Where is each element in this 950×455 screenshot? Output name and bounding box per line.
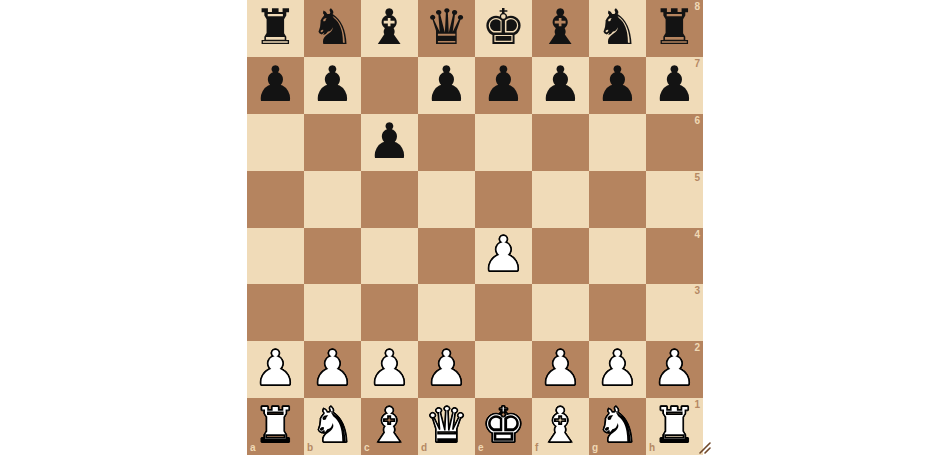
square-c6[interactable]: ♟ — [361, 114, 418, 171]
white-knight-g1[interactable]: ♞ — [596, 401, 640, 450]
white-pawn-d2[interactable]: ♟ — [425, 344, 469, 393]
black-pawn-h7[interactable]: ♟ — [653, 60, 697, 109]
square-d6[interactable] — [418, 114, 475, 171]
square-f6[interactable] — [532, 114, 589, 171]
square-a4[interactable] — [247, 228, 304, 285]
white-pawn-g2[interactable]: ♟ — [596, 344, 640, 393]
square-b8[interactable]: ♞ — [304, 0, 361, 57]
square-e4[interactable]: ♟ — [475, 228, 532, 285]
square-f4[interactable] — [532, 228, 589, 285]
white-pawn-e4[interactable]: ♟ — [482, 230, 526, 279]
square-c8[interactable]: ♝ — [361, 0, 418, 57]
square-a2[interactable]: ♟ — [247, 341, 304, 398]
square-h8[interactable]: ♜8 — [646, 0, 703, 57]
black-pawn-f7[interactable]: ♟ — [539, 60, 583, 109]
white-queen-d1[interactable]: ♛ — [425, 401, 469, 450]
square-g1[interactable]: ♞g — [589, 398, 646, 455]
white-rook-a1[interactable]: ♜ — [254, 401, 298, 450]
square-e2[interactable] — [475, 341, 532, 398]
black-knight-b8[interactable]: ♞ — [311, 3, 355, 52]
white-pawn-b2[interactable]: ♟ — [311, 344, 355, 393]
coord-rank-7: 7 — [694, 59, 700, 69]
square-g6[interactable] — [589, 114, 646, 171]
black-pawn-b7[interactable]: ♟ — [311, 60, 355, 109]
coord-rank-6: 6 — [694, 116, 700, 126]
square-h4[interactable]: 4 — [646, 228, 703, 285]
black-rook-a8[interactable]: ♜ — [254, 3, 298, 52]
coord-rank-8: 8 — [694, 2, 700, 12]
black-king-e8[interactable]: ♚ — [482, 3, 526, 52]
square-d2[interactable]: ♟ — [418, 341, 475, 398]
coord-file-g: g — [592, 443, 598, 453]
white-bishop-f1[interactable]: ♝ — [539, 401, 583, 450]
square-f3[interactable] — [532, 284, 589, 341]
square-g8[interactable]: ♞ — [589, 0, 646, 57]
white-pawn-f2[interactable]: ♟ — [539, 344, 583, 393]
square-h5[interactable]: 5 — [646, 171, 703, 228]
square-a3[interactable] — [247, 284, 304, 341]
coord-rank-5: 5 — [694, 173, 700, 183]
black-pawn-d7[interactable]: ♟ — [425, 60, 469, 109]
black-knight-g8[interactable]: ♞ — [596, 3, 640, 52]
black-bishop-f8[interactable]: ♝ — [539, 3, 583, 52]
square-c1[interactable]: ♝c — [361, 398, 418, 455]
square-f1[interactable]: ♝f — [532, 398, 589, 455]
coord-rank-1: 1 — [694, 400, 700, 410]
square-f2[interactable]: ♟ — [532, 341, 589, 398]
coord-file-e: e — [478, 443, 484, 453]
white-rook-h1[interactable]: ♜ — [653, 401, 697, 450]
square-a7[interactable]: ♟ — [247, 57, 304, 114]
white-knight-b1[interactable]: ♞ — [311, 401, 355, 450]
square-a5[interactable] — [247, 171, 304, 228]
square-e5[interactable] — [475, 171, 532, 228]
square-c4[interactable] — [361, 228, 418, 285]
square-e7[interactable]: ♟ — [475, 57, 532, 114]
white-king-e1[interactable]: ♚ — [482, 401, 526, 450]
square-g3[interactable] — [589, 284, 646, 341]
square-h3[interactable]: 3 — [646, 284, 703, 341]
square-g2[interactable]: ♟ — [589, 341, 646, 398]
square-e8[interactable]: ♚ — [475, 0, 532, 57]
square-h1[interactable]: ♜1h — [646, 398, 703, 455]
coord-file-c: c — [364, 443, 370, 453]
coord-rank-4: 4 — [694, 230, 700, 240]
black-queen-d8[interactable]: ♛ — [425, 3, 469, 52]
square-b7[interactable]: ♟ — [304, 57, 361, 114]
square-d1[interactable]: ♛d — [418, 398, 475, 455]
square-c7[interactable] — [361, 57, 418, 114]
black-pawn-g7[interactable]: ♟ — [596, 60, 640, 109]
square-h7[interactable]: ♟7 — [646, 57, 703, 114]
square-g5[interactable] — [589, 171, 646, 228]
square-b6[interactable] — [304, 114, 361, 171]
coord-rank-2: 2 — [694, 343, 700, 353]
square-b5[interactable] — [304, 171, 361, 228]
white-pawn-c2[interactable]: ♟ — [368, 344, 412, 393]
coord-file-h: h — [649, 443, 655, 453]
square-g4[interactable] — [589, 228, 646, 285]
coord-file-f: f — [535, 443, 538, 453]
chess-board: ♜♞♝♛♚♝♞♜8♟♟♟♟♟♟♟7♟65♟43♟♟♟♟♟♟♟2♜a♞b♝c♛d♚… — [247, 0, 703, 455]
white-pawn-a2[interactable]: ♟ — [254, 344, 298, 393]
coord-rank-3: 3 — [694, 286, 700, 296]
board-resize-handle-icon[interactable] — [697, 440, 711, 454]
black-pawn-a7[interactable]: ♟ — [254, 60, 298, 109]
white-pawn-h2[interactable]: ♟ — [653, 344, 697, 393]
square-f7[interactable]: ♟ — [532, 57, 589, 114]
square-a6[interactable] — [247, 114, 304, 171]
square-c5[interactable] — [361, 171, 418, 228]
black-pawn-e7[interactable]: ♟ — [482, 60, 526, 109]
square-h2[interactable]: ♟2 — [646, 341, 703, 398]
coord-file-a: a — [250, 443, 256, 453]
square-b4[interactable] — [304, 228, 361, 285]
square-h6[interactable]: 6 — [646, 114, 703, 171]
square-b2[interactable]: ♟ — [304, 341, 361, 398]
square-a1[interactable]: ♜a — [247, 398, 304, 455]
square-f8[interactable]: ♝ — [532, 0, 589, 57]
square-a8[interactable]: ♜ — [247, 0, 304, 57]
square-d8[interactable]: ♛ — [418, 0, 475, 57]
square-g7[interactable]: ♟ — [589, 57, 646, 114]
white-bishop-c1[interactable]: ♝ — [368, 401, 412, 450]
square-e3[interactable] — [475, 284, 532, 341]
square-c3[interactable] — [361, 284, 418, 341]
square-d4[interactable] — [418, 228, 475, 285]
black-rook-h8[interactable]: ♜ — [653, 3, 697, 52]
square-f5[interactable] — [532, 171, 589, 228]
black-bishop-c8[interactable]: ♝ — [368, 3, 412, 52]
coord-file-b: b — [307, 443, 313, 453]
square-e6[interactable] — [475, 114, 532, 171]
square-b1[interactable]: ♞b — [304, 398, 361, 455]
black-pawn-c6[interactable]: ♟ — [368, 117, 412, 166]
square-c2[interactable]: ♟ — [361, 341, 418, 398]
square-b3[interactable] — [304, 284, 361, 341]
square-d3[interactable] — [418, 284, 475, 341]
square-d7[interactable]: ♟ — [418, 57, 475, 114]
square-d5[interactable] — [418, 171, 475, 228]
coord-file-d: d — [421, 443, 427, 453]
square-e1[interactable]: ♚e — [475, 398, 532, 455]
